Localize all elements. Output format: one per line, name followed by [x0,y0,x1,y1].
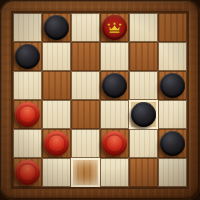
square-r5c0[interactable] [13,158,42,187]
square-r1c0[interactable] [13,42,42,71]
black-man-piece[interactable] [15,44,40,69]
square-r3c0[interactable] [13,100,42,129]
square-r4c5[interactable] [158,129,187,158]
square-r1c5[interactable] [158,42,187,71]
red-man-piece[interactable] [44,131,69,156]
square-r4c3[interactable] [100,129,129,158]
square-r4c4[interactable] [129,129,158,158]
board-frame [0,0,200,200]
square-r2c3[interactable] [100,71,129,100]
square-r1c3[interactable] [100,42,129,71]
square-r2c1[interactable] [42,71,71,100]
square-r2c4[interactable] [129,71,158,100]
square-r0c1[interactable] [42,13,71,42]
checkers-board [13,13,187,187]
square-r3c5[interactable] [158,100,187,129]
red-man-piece[interactable] [15,160,40,185]
square-r3c2[interactable] [71,100,100,129]
square-r0c4[interactable] [129,13,158,42]
square-r5c5[interactable] [158,158,187,187]
square-r5c3[interactable] [100,158,129,187]
black-man-piece[interactable] [131,102,156,127]
black-man-piece[interactable] [102,73,127,98]
square-r4c1[interactable] [42,129,71,158]
square-r4c2[interactable] [71,129,100,158]
square-r5c4[interactable] [129,158,158,187]
square-r2c2[interactable] [71,71,100,100]
black-man-piece[interactable] [44,15,69,40]
square-r0c2[interactable] [71,13,100,42]
square-r5c1[interactable] [42,158,71,187]
crown-icon [107,22,122,34]
square-r0c3[interactable] [100,13,129,42]
black-man-piece[interactable] [160,73,185,98]
square-r1c4[interactable] [129,42,158,71]
red-king-piece[interactable] [102,15,127,40]
red-man-piece[interactable] [102,131,127,156]
square-r2c5[interactable] [158,71,187,100]
square-r2c0[interactable] [13,71,42,100]
square-r1c2[interactable] [71,42,100,71]
square-r4c0[interactable] [13,129,42,158]
black-man-piece[interactable] [160,131,185,156]
square-r3c4[interactable] [129,100,158,129]
square-r5c2[interactable] [71,158,100,187]
square-r0c5[interactable] [158,13,187,42]
square-r1c1[interactable] [42,42,71,71]
square-r3c3[interactable] [100,100,129,129]
square-r3c1[interactable] [42,100,71,129]
square-r0c0[interactable] [13,13,42,42]
red-man-piece[interactable] [15,102,40,127]
app-window [0,0,200,200]
